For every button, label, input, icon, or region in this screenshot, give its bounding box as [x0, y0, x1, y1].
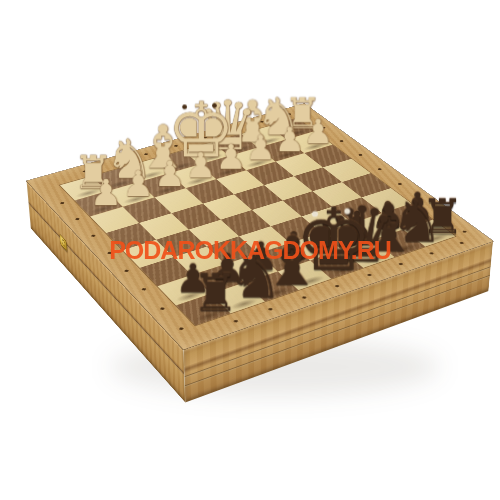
product-photo: ♜♞♝♚♛♝♞♜♟♟♟♟♟♟♟♟♟♟♟♟♟♟♟♟♜♞♝♚♛♝♞♜ PODAROK…	[0, 0, 500, 500]
piece-white-pawn: ♟	[273, 123, 307, 157]
watermark: PODAROKKAGDOMY.RU	[0, 236, 500, 265]
piece-white-pawn: ♟	[214, 140, 249, 175]
piece-finial	[312, 211, 317, 216]
chess-box: ♜♞♝♚♛♝♞♜♟♟♟♟♟♟♟♟♟♟♟♟♟♟♟♟♜♞♝♚♛♝♞♜	[27, 104, 494, 350]
piece-white-pawn: ♟	[183, 148, 218, 183]
piece-white-pawn: ♟	[121, 166, 157, 202]
piece-black-rook: ♜	[192, 267, 232, 319]
piece-white-pawn: ♟	[152, 157, 187, 192]
piece-white-pawn: ♟	[244, 131, 278, 165]
piece-finial	[182, 104, 187, 109]
piece-white-pawn: ♟	[88, 175, 124, 211]
